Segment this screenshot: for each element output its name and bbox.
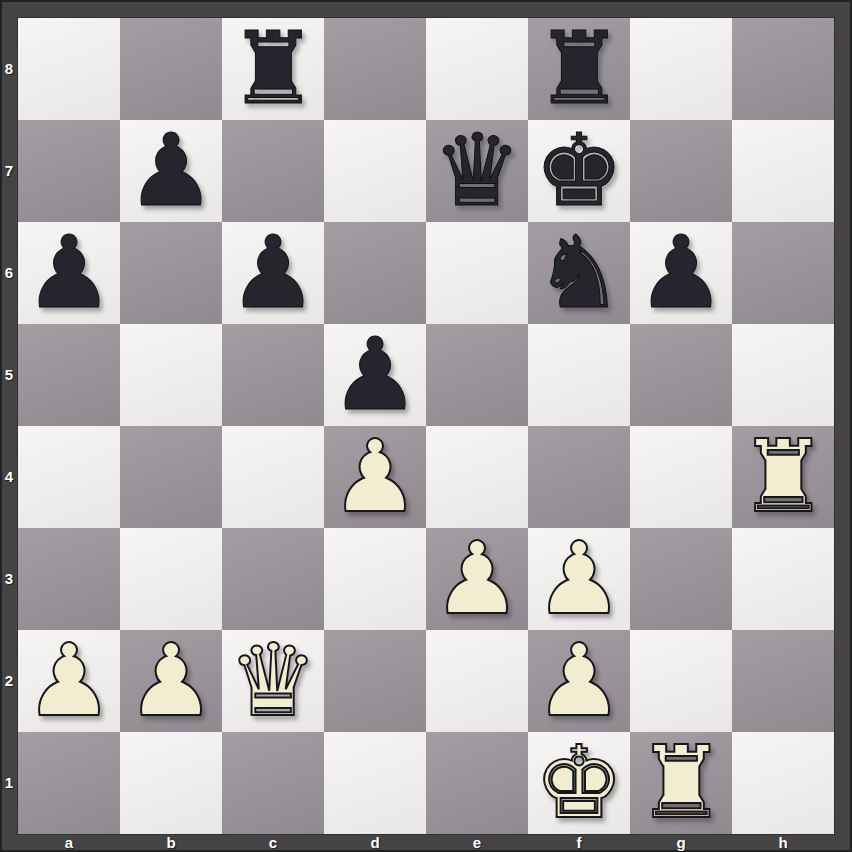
square-h1[interactable] (732, 732, 834, 834)
square-e1[interactable] (426, 732, 528, 834)
black-king-f7[interactable]: ♚ (528, 120, 630, 222)
square-f5[interactable] (528, 324, 630, 426)
square-c1[interactable] (222, 732, 324, 834)
white-rook-g1[interactable]: ♜ (630, 732, 732, 834)
rank-label-6: 6 (0, 222, 18, 324)
square-c6[interactable]: ♟ (222, 222, 324, 324)
rank-label-3: 3 (0, 528, 18, 630)
square-b6[interactable] (120, 222, 222, 324)
rank-label-7: 7 (0, 120, 18, 222)
square-g8[interactable] (630, 18, 732, 120)
square-c8[interactable]: ♜ (222, 18, 324, 120)
file-label-f: f (528, 834, 630, 852)
file-label-d: d (324, 834, 426, 852)
square-h2[interactable] (732, 630, 834, 732)
square-a8[interactable] (18, 18, 120, 120)
square-f8[interactable]: ♜ (528, 18, 630, 120)
square-a7[interactable] (18, 120, 120, 222)
black-knight-f6[interactable]: ♞ (528, 222, 630, 324)
white-queen-c2[interactable]: ♛ (222, 630, 324, 732)
white-rook-h4[interactable]: ♜ (732, 426, 834, 528)
square-b5[interactable] (120, 324, 222, 426)
square-f2[interactable]: ♟ (528, 630, 630, 732)
square-a2[interactable]: ♟ (18, 630, 120, 732)
chess-board: ♜♜♟♛♚♟♟♞♟♟♟♜♟♟♟♟♛♟♚♜ (18, 18, 834, 834)
square-h8[interactable] (732, 18, 834, 120)
square-f4[interactable] (528, 426, 630, 528)
square-g7[interactable] (630, 120, 732, 222)
rank-label-8: 8 (0, 18, 18, 120)
file-label-c: c (222, 834, 324, 852)
square-b8[interactable] (120, 18, 222, 120)
square-c5[interactable] (222, 324, 324, 426)
white-pawn-a2[interactable]: ♟ (18, 630, 120, 732)
square-e2[interactable] (426, 630, 528, 732)
square-c7[interactable] (222, 120, 324, 222)
rank-label-5: 5 (0, 324, 18, 426)
square-e8[interactable] (426, 18, 528, 120)
rank-label-1: 1 (0, 732, 18, 834)
square-b7[interactable]: ♟ (120, 120, 222, 222)
square-c3[interactable] (222, 528, 324, 630)
square-d5[interactable]: ♟ (324, 324, 426, 426)
file-label-h: h (732, 834, 834, 852)
square-g5[interactable] (630, 324, 732, 426)
square-a1[interactable] (18, 732, 120, 834)
square-g2[interactable] (630, 630, 732, 732)
chess-board-frame: ♜♜♟♛♚♟♟♞♟♟♟♜♟♟♟♟♛♟♚♜ 87654321 abcdefgh (0, 0, 852, 852)
white-pawn-b2[interactable]: ♟ (120, 630, 222, 732)
black-rook-c8[interactable]: ♜ (222, 18, 324, 120)
square-g1[interactable]: ♜ (630, 732, 732, 834)
square-d2[interactable] (324, 630, 426, 732)
square-h4[interactable]: ♜ (732, 426, 834, 528)
rank-label-4: 4 (0, 426, 18, 528)
square-h3[interactable] (732, 528, 834, 630)
square-f6[interactable]: ♞ (528, 222, 630, 324)
square-h6[interactable] (732, 222, 834, 324)
file-label-e: e (426, 834, 528, 852)
file-label-a: a (18, 834, 120, 852)
square-f7[interactable]: ♚ (528, 120, 630, 222)
square-a3[interactable] (18, 528, 120, 630)
file-label-g: g (630, 834, 732, 852)
white-king-f1[interactable]: ♚ (528, 732, 630, 834)
white-pawn-d4[interactable]: ♟ (324, 426, 426, 528)
square-h5[interactable] (732, 324, 834, 426)
black-pawn-c6[interactable]: ♟ (222, 222, 324, 324)
square-e3[interactable]: ♟ (426, 528, 528, 630)
white-pawn-f2[interactable]: ♟ (528, 630, 630, 732)
square-d4[interactable]: ♟ (324, 426, 426, 528)
square-g4[interactable] (630, 426, 732, 528)
square-e4[interactable] (426, 426, 528, 528)
square-d8[interactable] (324, 18, 426, 120)
white-pawn-e3[interactable]: ♟ (426, 528, 528, 630)
square-e6[interactable] (426, 222, 528, 324)
square-b1[interactable] (120, 732, 222, 834)
square-g3[interactable] (630, 528, 732, 630)
square-e7[interactable]: ♛ (426, 120, 528, 222)
square-c4[interactable] (222, 426, 324, 528)
square-a6[interactable]: ♟ (18, 222, 120, 324)
black-pawn-b7[interactable]: ♟ (120, 120, 222, 222)
white-pawn-f3[interactable]: ♟ (528, 528, 630, 630)
square-f1[interactable]: ♚ (528, 732, 630, 834)
black-pawn-g6[interactable]: ♟ (630, 222, 732, 324)
file-label-b: b (120, 834, 222, 852)
square-b4[interactable] (120, 426, 222, 528)
square-c2[interactable]: ♛ (222, 630, 324, 732)
square-d1[interactable] (324, 732, 426, 834)
square-e5[interactable] (426, 324, 528, 426)
black-queen-e7[interactable]: ♛ (426, 120, 528, 222)
square-b3[interactable] (120, 528, 222, 630)
square-a5[interactable] (18, 324, 120, 426)
square-h7[interactable] (732, 120, 834, 222)
black-rook-f8[interactable]: ♜ (528, 18, 630, 120)
square-g6[interactable]: ♟ (630, 222, 732, 324)
square-b2[interactable]: ♟ (120, 630, 222, 732)
black-pawn-a6[interactable]: ♟ (18, 222, 120, 324)
square-f3[interactable]: ♟ (528, 528, 630, 630)
black-pawn-d5[interactable]: ♟ (324, 324, 426, 426)
square-d6[interactable] (324, 222, 426, 324)
rank-label-2: 2 (0, 630, 18, 732)
square-a4[interactable] (18, 426, 120, 528)
square-d3[interactable] (324, 528, 426, 630)
square-d7[interactable] (324, 120, 426, 222)
